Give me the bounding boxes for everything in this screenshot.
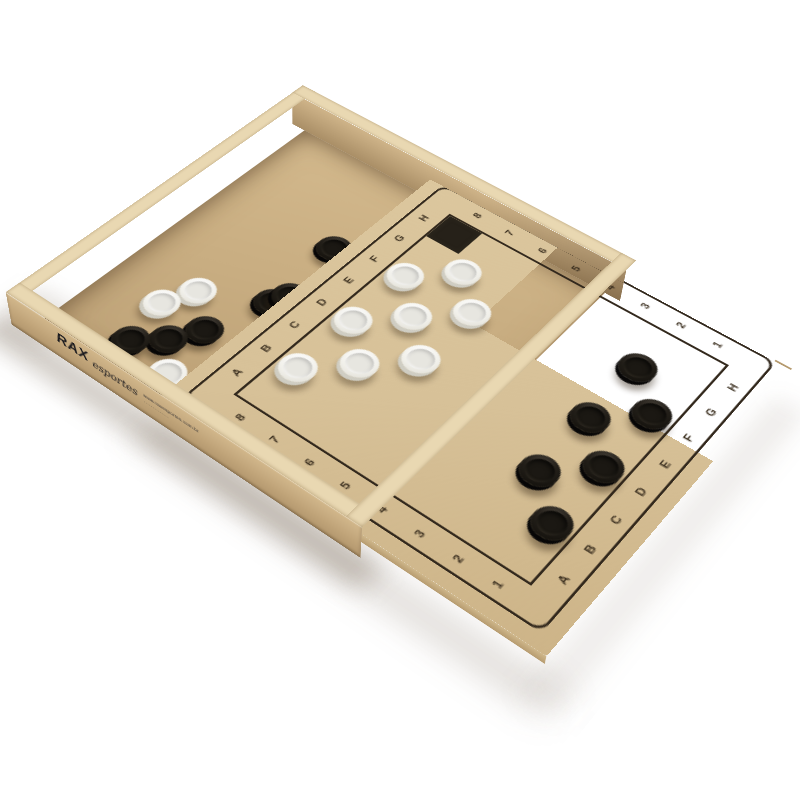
file-label-right-G: G	[701, 405, 719, 418]
white-piece-recess	[401, 344, 441, 373]
file-label-left-F: F	[366, 254, 382, 264]
file-label-left-A: A	[228, 366, 246, 378]
file-label-right-C: C	[606, 512, 625, 526]
file-label-left-G: G	[391, 233, 408, 244]
rank-label-top-6: 6	[534, 246, 549, 256]
file-label-left-B: B	[257, 342, 274, 354]
white-piece-recess	[393, 302, 432, 330]
white-piece-recess	[386, 262, 424, 288]
white-piece-recess	[179, 274, 217, 300]
file-label-right-H: H	[724, 381, 742, 393]
file-label-left-E: E	[340, 275, 356, 286]
rank-label-bottom-2: 2	[449, 552, 467, 566]
file-label-right-E: E	[656, 458, 674, 471]
file-label-right-A: A	[553, 571, 573, 586]
black-piece-recess	[185, 313, 224, 341]
file-label-right-D: D	[631, 484, 650, 498]
photo-stage: RAX esportes www.raxesportes.com.br ....…	[0, 0, 800, 800]
black-piece-recess	[148, 322, 188, 350]
file-label-left-H: H	[415, 213, 431, 223]
white-piece-recess	[142, 286, 181, 313]
rank-label-bottom-3: 3	[410, 527, 428, 540]
rank-label-top-5: 5	[568, 264, 583, 274]
white-piece-recess	[334, 306, 373, 334]
file-label-right-B: B	[580, 541, 599, 556]
rank-label-top-8: 8	[470, 211, 485, 220]
rank-label-top-2: 2	[673, 320, 689, 330]
wooden-checkers-box-scene: RAX esportes www.raxesportes.com.br ....…	[12, 117, 793, 678]
rank-label-top-3: 3	[637, 301, 653, 311]
rank-label-bottom-1: 1	[488, 577, 506, 591]
rank-label-top-7: 7	[502, 228, 517, 237]
white-piece-recess	[339, 348, 379, 377]
file-label-right-F: F	[679, 431, 696, 443]
file-label-left-C: C	[285, 319, 302, 331]
